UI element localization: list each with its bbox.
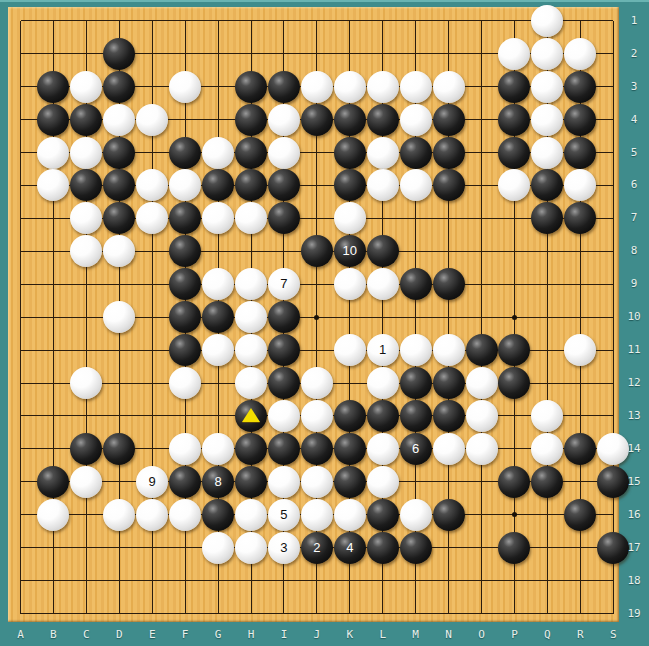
stone-white bbox=[268, 104, 300, 136]
stone-black bbox=[433, 400, 465, 432]
stone-white bbox=[202, 334, 234, 366]
move-number-label: 1 bbox=[379, 334, 386, 366]
stone-white bbox=[531, 104, 563, 136]
column-label-c: C bbox=[78, 628, 94, 641]
stone-white bbox=[235, 301, 267, 333]
stone-black bbox=[268, 367, 300, 399]
stone-white bbox=[301, 71, 333, 103]
stone-black bbox=[301, 104, 333, 136]
row-label-14: 14 bbox=[620, 442, 648, 455]
stone-black bbox=[367, 235, 399, 267]
column-label-l: L bbox=[375, 628, 391, 641]
stone-black bbox=[498, 137, 530, 169]
stone-white bbox=[235, 532, 267, 564]
stone-white bbox=[498, 38, 530, 70]
stone-black bbox=[103, 71, 135, 103]
row-label-16: 16 bbox=[620, 508, 648, 521]
stone-black bbox=[531, 466, 563, 498]
stone-white bbox=[367, 367, 399, 399]
row-label-5: 5 bbox=[620, 146, 648, 159]
stone-white bbox=[400, 334, 432, 366]
column-label-b: B bbox=[45, 628, 61, 641]
stone-black bbox=[235, 71, 267, 103]
stone-black bbox=[235, 466, 267, 498]
stone-white bbox=[531, 38, 563, 70]
stone-white bbox=[268, 400, 300, 432]
stone-black bbox=[334, 400, 366, 432]
stone-white bbox=[136, 499, 168, 531]
stone-white bbox=[466, 367, 498, 399]
stone-black: 4 bbox=[334, 532, 366, 564]
stone-black bbox=[202, 499, 234, 531]
move-number-label: 10 bbox=[343, 235, 357, 267]
stone-black: 8 bbox=[202, 466, 234, 498]
stone-white bbox=[367, 71, 399, 103]
row-label-8: 8 bbox=[620, 244, 648, 257]
stone-white bbox=[70, 137, 102, 169]
stone-white bbox=[400, 71, 432, 103]
stone-white bbox=[367, 169, 399, 201]
stone-white bbox=[235, 268, 267, 300]
stone-black bbox=[334, 137, 366, 169]
stone-black bbox=[400, 532, 432, 564]
row-label-4: 4 bbox=[620, 113, 648, 126]
column-label-k: K bbox=[342, 628, 358, 641]
stone-black bbox=[433, 137, 465, 169]
row-label-9: 9 bbox=[620, 277, 648, 290]
stone-white bbox=[202, 137, 234, 169]
stone-black bbox=[400, 367, 432, 399]
column-label-i: I bbox=[276, 628, 292, 641]
stone-black: 6 bbox=[400, 433, 432, 465]
stone-white bbox=[367, 466, 399, 498]
row-label-11: 11 bbox=[620, 343, 648, 356]
stone-black bbox=[498, 71, 530, 103]
stone-black: 2 bbox=[301, 532, 333, 564]
stone-black bbox=[564, 137, 596, 169]
stone-white bbox=[235, 499, 267, 531]
stone-black bbox=[268, 301, 300, 333]
stone-white bbox=[433, 334, 465, 366]
column-label-r: R bbox=[572, 628, 588, 641]
stone-white bbox=[202, 532, 234, 564]
stone-black bbox=[103, 137, 135, 169]
move-number-label: 6 bbox=[412, 433, 419, 465]
column-label-a: A bbox=[13, 628, 29, 641]
stone-white bbox=[235, 367, 267, 399]
stone-black bbox=[37, 104, 69, 136]
stone-white bbox=[466, 433, 498, 465]
stone-black bbox=[466, 334, 498, 366]
stone-black bbox=[169, 334, 201, 366]
stone-black bbox=[334, 433, 366, 465]
stone-black bbox=[103, 38, 135, 70]
move-number-label: 5 bbox=[280, 499, 287, 531]
stone-white bbox=[334, 499, 366, 531]
stone-white bbox=[301, 400, 333, 432]
stone-white bbox=[367, 268, 399, 300]
stone-black bbox=[37, 466, 69, 498]
column-label-n: N bbox=[441, 628, 457, 641]
stone-black bbox=[367, 499, 399, 531]
row-label-6: 6 bbox=[620, 178, 648, 191]
row-label-1: 1 bbox=[620, 14, 648, 27]
stone-white bbox=[367, 137, 399, 169]
stone-white bbox=[37, 137, 69, 169]
move-number-label: 7 bbox=[280, 268, 287, 300]
stone-black bbox=[367, 104, 399, 136]
stone-black bbox=[235, 104, 267, 136]
move-number-label: 2 bbox=[313, 532, 320, 564]
stone-black bbox=[334, 169, 366, 201]
stone-black bbox=[400, 137, 432, 169]
stone-white bbox=[367, 433, 399, 465]
stone-black bbox=[400, 400, 432, 432]
move-number-label: 8 bbox=[214, 466, 221, 498]
stone-black bbox=[400, 268, 432, 300]
stone-white bbox=[136, 104, 168, 136]
column-label-o: O bbox=[474, 628, 490, 641]
stone-black bbox=[564, 104, 596, 136]
stone-black bbox=[37, 71, 69, 103]
stone-white bbox=[268, 137, 300, 169]
stone-black bbox=[564, 71, 596, 103]
stone-white bbox=[37, 499, 69, 531]
stone-black bbox=[433, 367, 465, 399]
stone-black bbox=[301, 235, 333, 267]
stone-white bbox=[334, 268, 366, 300]
row-label-19: 19 bbox=[620, 607, 648, 620]
stone-white bbox=[301, 466, 333, 498]
row-label-3: 3 bbox=[620, 80, 648, 93]
stone-white bbox=[103, 104, 135, 136]
stone-black bbox=[334, 104, 366, 136]
column-label-e: E bbox=[144, 628, 160, 641]
stone-black bbox=[433, 104, 465, 136]
column-label-p: P bbox=[506, 628, 522, 641]
stone-white bbox=[400, 169, 432, 201]
stone-white bbox=[301, 367, 333, 399]
stone-white bbox=[466, 400, 498, 432]
move-number-label: 3 bbox=[280, 532, 287, 564]
stone-black bbox=[367, 532, 399, 564]
stone-white bbox=[334, 71, 366, 103]
move-number-label: 9 bbox=[149, 466, 156, 498]
stone-white bbox=[400, 104, 432, 136]
stone-black bbox=[103, 433, 135, 465]
stone-white bbox=[235, 334, 267, 366]
stone-white bbox=[400, 499, 432, 531]
row-label-10: 10 bbox=[620, 310, 648, 323]
stone-black bbox=[202, 301, 234, 333]
stone-white bbox=[103, 499, 135, 531]
stone-black bbox=[268, 334, 300, 366]
stone-black bbox=[433, 499, 465, 531]
stone-black bbox=[564, 433, 596, 465]
column-label-g: G bbox=[210, 628, 226, 641]
row-label-17: 17 bbox=[620, 541, 648, 554]
stone-black bbox=[334, 466, 366, 498]
stone-white bbox=[531, 5, 563, 37]
stone-white bbox=[564, 38, 596, 70]
stone-white bbox=[301, 499, 333, 531]
stone-black bbox=[235, 137, 267, 169]
stone-white bbox=[433, 71, 465, 103]
stone-white bbox=[334, 334, 366, 366]
row-label-2: 2 bbox=[620, 47, 648, 60]
stone-white: 1 bbox=[367, 334, 399, 366]
stone-black bbox=[70, 433, 102, 465]
stone-black bbox=[498, 532, 530, 564]
stone-black bbox=[367, 400, 399, 432]
stone-white: 3 bbox=[268, 532, 300, 564]
stone-white bbox=[531, 137, 563, 169]
column-label-q: Q bbox=[539, 628, 555, 641]
stone-white bbox=[70, 71, 102, 103]
column-label-h: H bbox=[243, 628, 259, 641]
stone-white bbox=[169, 433, 201, 465]
row-label-15: 15 bbox=[620, 475, 648, 488]
stone-white bbox=[433, 433, 465, 465]
stone-white bbox=[531, 71, 563, 103]
triangle-marker bbox=[242, 408, 260, 422]
stone-white bbox=[169, 367, 201, 399]
stone-black bbox=[564, 499, 596, 531]
stone-black bbox=[301, 433, 333, 465]
stone-black bbox=[235, 400, 267, 432]
stone-white: 7 bbox=[268, 268, 300, 300]
row-label-13: 13 bbox=[620, 409, 648, 422]
stone-white bbox=[169, 71, 201, 103]
column-label-j: J bbox=[309, 628, 325, 641]
stone-white: 5 bbox=[268, 499, 300, 531]
column-label-m: M bbox=[408, 628, 424, 641]
stone-black bbox=[169, 137, 201, 169]
move-number-label: 4 bbox=[346, 532, 353, 564]
stone-black bbox=[268, 433, 300, 465]
stone-black bbox=[268, 71, 300, 103]
stone-white bbox=[268, 466, 300, 498]
go-game-screenshot: 10716985324 ABCDEFGHIJKLMNOPQRS123456789… bbox=[0, 0, 649, 646]
stone-black bbox=[433, 268, 465, 300]
stone-white bbox=[169, 499, 201, 531]
column-label-d: D bbox=[111, 628, 127, 641]
stone-black bbox=[498, 104, 530, 136]
stone-white: 9 bbox=[136, 466, 168, 498]
column-label-f: F bbox=[177, 628, 193, 641]
stone-white bbox=[202, 433, 234, 465]
stone-black bbox=[433, 169, 465, 201]
row-label-12: 12 bbox=[620, 376, 648, 389]
row-label-18: 18 bbox=[620, 574, 648, 587]
stone-black: 10 bbox=[334, 235, 366, 267]
stone-black bbox=[235, 433, 267, 465]
stone-white bbox=[70, 466, 102, 498]
column-label-s: S bbox=[605, 628, 621, 641]
row-label-7: 7 bbox=[620, 211, 648, 224]
stone-black bbox=[70, 104, 102, 136]
star-point bbox=[512, 315, 517, 320]
stone-black bbox=[169, 466, 201, 498]
stone-white bbox=[334, 202, 366, 234]
